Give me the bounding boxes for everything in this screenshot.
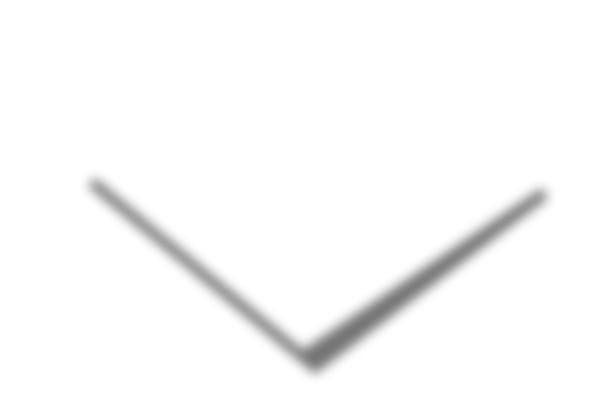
chess-set-render <box>0 0 600 400</box>
chess-set-photo <box>0 0 600 400</box>
board-cast-shadow <box>88 178 548 374</box>
